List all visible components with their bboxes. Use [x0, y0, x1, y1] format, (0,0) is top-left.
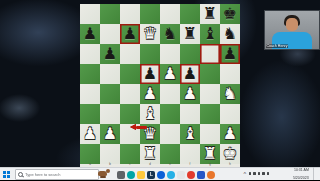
square-b1[interactable] — [100, 144, 120, 164]
square-d5[interactable]: ♟ — [140, 64, 160, 84]
square-a8[interactable] — [80, 4, 100, 24]
square-h6[interactable]: ♟ — [220, 44, 240, 64]
square-a6[interactable] — [80, 44, 100, 64]
square-h3[interactable] — [220, 104, 240, 124]
white-queen: ♛ — [140, 24, 160, 44]
square-h1[interactable]: ♚ — [220, 144, 240, 164]
white-pawn: ♟ — [220, 124, 240, 144]
square-f2[interactable]: ♝ — [180, 124, 200, 144]
search-placeholder: Type here to search — [25, 173, 60, 177]
black-bishop: ♝ — [200, 24, 220, 44]
square-d8[interactable] — [140, 4, 160, 24]
square-e5[interactable]: ♟ — [160, 64, 180, 84]
square-f7[interactable]: ♜ — [180, 24, 200, 44]
square-e7[interactable]: ♞ — [160, 24, 180, 44]
taskbar-clock[interactable]: 10:31 AM 5/20/2023 — [273, 166, 309, 181]
square-b8[interactable] — [100, 4, 120, 24]
white-rook: ♜ — [200, 144, 220, 164]
square-d6[interactable] — [140, 44, 160, 64]
clock-time: 10:31 AM — [294, 168, 309, 172]
square-e1[interactable] — [160, 144, 180, 164]
white-pawn: ♟ — [100, 124, 120, 144]
hidden-icons-chevron[interactable]: ^ — [244, 171, 247, 177]
webcam-name-label: Coach Henry — [266, 44, 288, 48]
square-g5[interactable] — [200, 64, 220, 84]
square-c5[interactable] — [120, 64, 140, 84]
square-a1[interactable] — [80, 144, 100, 164]
white-pawn: ♟ — [180, 84, 200, 104]
black-pawn: ♟ — [180, 64, 200, 84]
battery-icon[interactable] — [258, 172, 261, 175]
file-label-a: a — [86, 162, 94, 165]
desktop: ♜♚♟♟♛♞♜♝♞♟♟♟♟♟♟♟♞♝♟♟♛♝♟♜♜♚ abcdefgh Coac… — [0, 0, 320, 180]
white-king: ♚ — [220, 144, 240, 164]
file-label-f: f — [186, 162, 194, 165]
onedrive-icon[interactable] — [249, 172, 252, 175]
start-button[interactable] — [0, 168, 13, 180]
square-e4[interactable] — [160, 84, 180, 104]
taskbar-app-icons: L — [117, 171, 215, 179]
lichess-app-icon[interactable]: L — [147, 171, 155, 179]
task-view-icon[interactable] — [117, 171, 125, 179]
square-c3[interactable] — [120, 104, 140, 124]
square-f4[interactable]: ♟ — [180, 84, 200, 104]
white-bishop: ♝ — [140, 104, 160, 124]
skype-icon[interactable] — [157, 171, 165, 179]
square-g7[interactable]: ♝ — [200, 24, 220, 44]
security-icon[interactable] — [253, 172, 256, 175]
system-tray: ^ 10:31 AM 5/20/2023 — [243, 167, 316, 180]
square-b2[interactable]: ♟ — [100, 124, 120, 144]
square-c1[interactable] — [120, 144, 140, 164]
square-f5[interactable]: ♟ — [180, 64, 200, 84]
square-h4[interactable]: ♞ — [220, 84, 240, 104]
black-pawn: ♟ — [220, 44, 240, 64]
chess-board: ♜♚♟♟♛♞♜♝♞♟♟♟♟♟♟♟♞♝♟♟♛♝♟♜♜♚ abcdefgh — [80, 4, 240, 167]
square-f3[interactable] — [180, 104, 200, 124]
black-king: ♚ — [220, 4, 240, 24]
square-a7[interactable]: ♟ — [80, 24, 100, 44]
square-b4[interactable] — [100, 84, 120, 104]
white-rook: ♜ — [140, 144, 160, 164]
white-bishop: ♝ — [180, 124, 200, 144]
windows-logo-icon — [3, 171, 10, 178]
square-b6[interactable]: ♟ — [100, 44, 120, 64]
search-highlight-animal-graphic[interactable] — [96, 169, 111, 179]
square-a5[interactable] — [80, 64, 100, 84]
black-rook: ♜ — [180, 24, 200, 44]
square-h8[interactable]: ♚ — [220, 4, 240, 24]
coach-face — [286, 18, 298, 31]
square-c8[interactable] — [120, 4, 140, 24]
square-e8[interactable] — [160, 4, 180, 24]
black-pawn: ♟ — [100, 44, 120, 64]
board-squares: ♜♚♟♟♛♞♜♝♞♟♟♟♟♟♟♟♞♝♟♟♛♝♟♜♜♚ — [80, 4, 240, 164]
file-label-e: e — [166, 162, 174, 165]
square-e3[interactable] — [160, 104, 180, 124]
square-f6[interactable] — [180, 44, 200, 64]
zoom-icon[interactable] — [167, 171, 175, 179]
square-f8[interactable] — [180, 4, 200, 24]
black-pawn: ♟ — [80, 24, 100, 44]
black-rook: ♜ — [200, 4, 220, 24]
mail-app-icon[interactable] — [197, 171, 205, 179]
file-label-g: g — [206, 162, 214, 165]
volume-icon[interactable] — [267, 172, 270, 175]
square-b5[interactable] — [100, 64, 120, 84]
chrome-icon[interactable] — [187, 171, 195, 179]
file-explorer-icon[interactable] — [137, 171, 145, 179]
square-a4[interactable] — [80, 84, 100, 104]
square-a3[interactable] — [80, 104, 100, 124]
square-b7[interactable] — [100, 24, 120, 44]
network-icon[interactable] — [262, 172, 265, 175]
file-label-b: b — [106, 162, 114, 165]
square-f1[interactable] — [180, 144, 200, 164]
black-knight: ♞ — [160, 24, 180, 44]
arrow-shaft — [136, 126, 147, 129]
webcam-overlay: Coach Henry — [264, 10, 320, 50]
square-c4[interactable] — [120, 84, 140, 104]
square-a2[interactable]: ♟ — [80, 124, 100, 144]
browser-teal-icon[interactable] — [127, 171, 135, 179]
file-label-d: d — [146, 162, 154, 165]
search-icon — [18, 172, 23, 177]
square-e2[interactable] — [160, 124, 180, 144]
square-g2[interactable] — [200, 124, 220, 144]
square-g1[interactable]: ♜ — [200, 144, 220, 164]
white-knight: ♞ — [220, 84, 240, 104]
square-g8[interactable]: ♜ — [200, 4, 220, 24]
white-pawn: ♟ — [160, 64, 180, 84]
square-h7[interactable]: ♞ — [220, 24, 240, 44]
square-c7[interactable]: ♟ — [120, 24, 140, 44]
white-pawn: ♟ — [140, 84, 160, 104]
square-h5[interactable] — [220, 64, 240, 84]
square-g6[interactable] — [200, 44, 220, 64]
file-label-c: c — [126, 162, 134, 165]
square-c6[interactable] — [120, 44, 140, 64]
black-pawn: ♟ — [140, 64, 160, 84]
black-knight: ♞ — [220, 24, 240, 44]
square-d4[interactable]: ♟ — [140, 84, 160, 104]
light-app-icon[interactable] — [177, 171, 185, 179]
orange-app-icon[interactable] — [207, 171, 215, 179]
show-desktop-button[interactable] — [313, 167, 316, 180]
search-input[interactable]: Type here to search — [15, 169, 99, 180]
square-g4[interactable] — [200, 84, 220, 104]
square-e6[interactable] — [160, 44, 180, 64]
black-pawn: ♟ — [120, 24, 140, 44]
file-label-h: h — [226, 162, 234, 165]
square-d3[interactable]: ♝ — [140, 104, 160, 124]
white-pawn: ♟ — [80, 124, 100, 144]
square-b3[interactable] — [100, 104, 120, 124]
clock-date: 5/20/2023 — [293, 176, 309, 180]
square-h2[interactable]: ♟ — [220, 124, 240, 144]
square-d7[interactable]: ♛ — [140, 24, 160, 44]
square-g3[interactable] — [200, 104, 220, 124]
square-d1[interactable]: ♜ — [140, 144, 160, 164]
